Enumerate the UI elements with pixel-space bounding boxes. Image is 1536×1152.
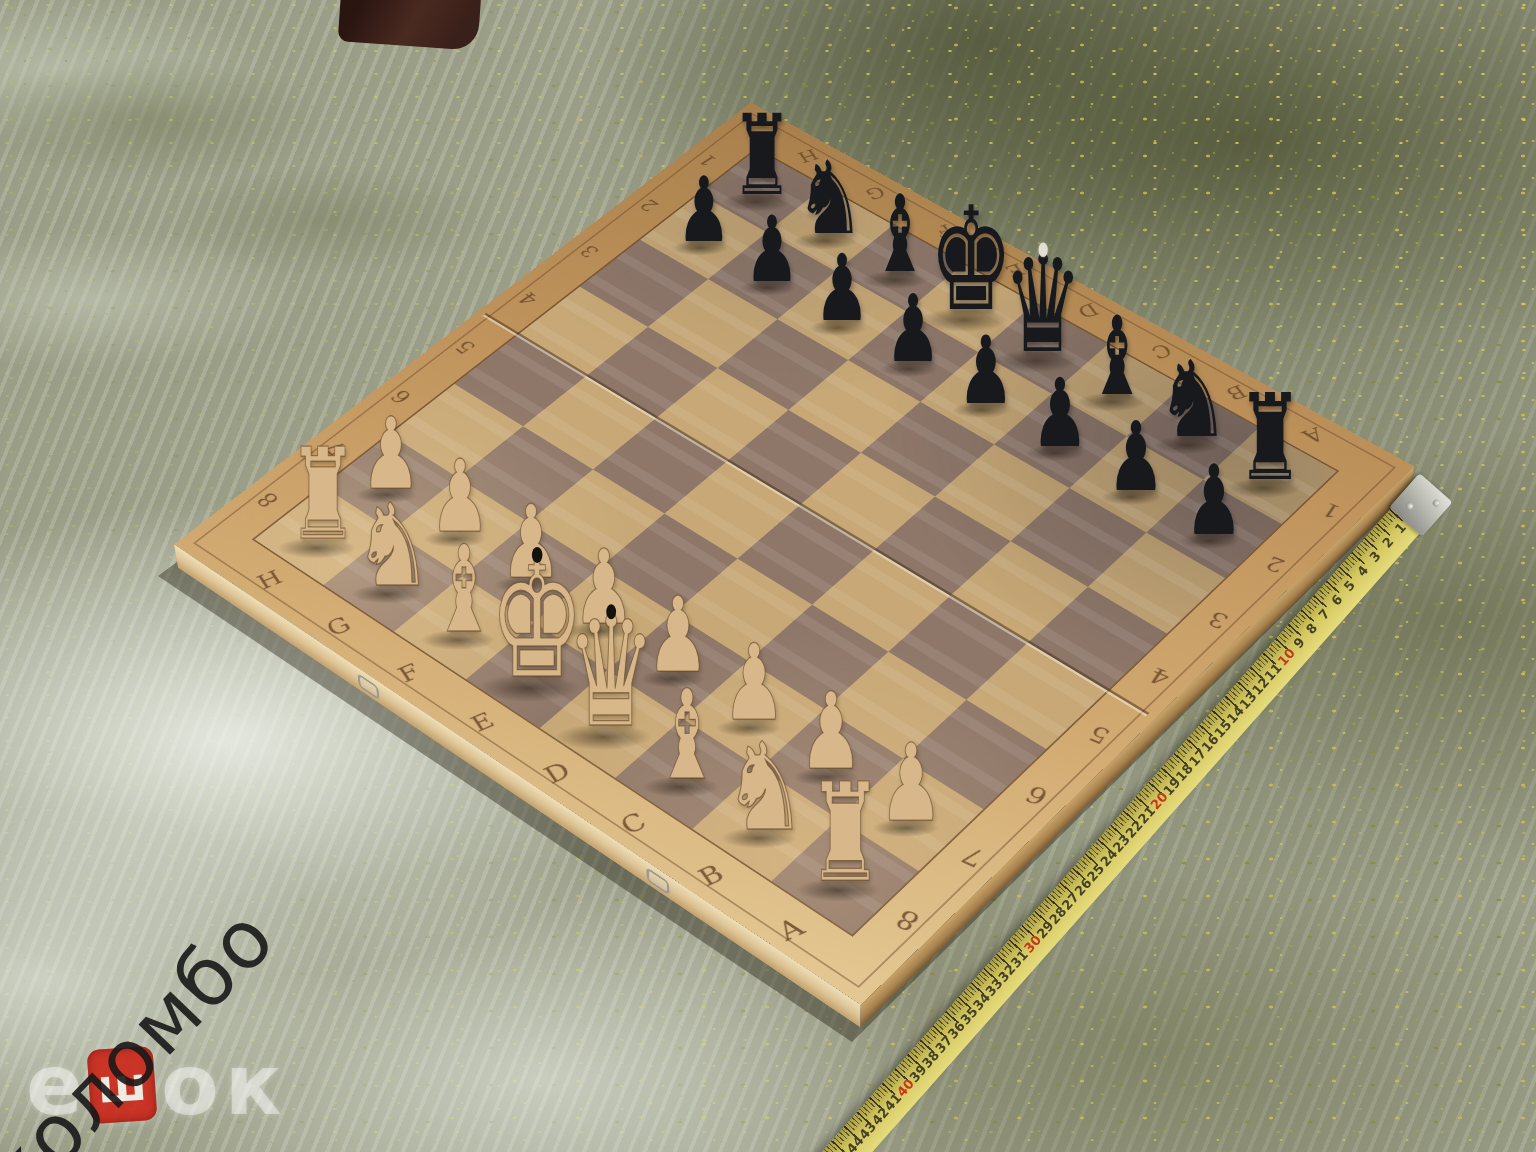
piece-black-pawn-g2: ♟ — [744, 204, 799, 295]
piece-black-pawn-a2: ♟ — [1184, 452, 1243, 549]
white-tip-icon — [1039, 243, 1048, 256]
piece-black-bishop-f1: ♝ — [871, 182, 928, 288]
piece-black-knight-b1: ♞ — [1156, 347, 1230, 453]
piece-black-pawn-f2: ♟ — [814, 243, 870, 335]
logo-letter: к — [225, 1036, 282, 1134]
piece-black-bishop-c1: ♝ — [1088, 302, 1147, 411]
piece-black-knight-g1: ♞ — [795, 148, 866, 249]
piece-black-pawn-c2: ♟ — [1031, 366, 1089, 461]
piece-black-rook-h1: ♜ — [731, 100, 793, 211]
piece-black-rook-a1: ♜ — [1237, 379, 1303, 498]
piece-black-pawn-d2: ♟ — [957, 324, 1014, 418]
piece-white-knight-b8: ♞ — [723, 727, 808, 848]
piece-black-queen-d1: ♛ — [1003, 237, 1083, 372]
piece-white-knight-g8: ♞ — [353, 489, 433, 603]
photo-canvas: AABBCCDDEEFFGGHH1122334455667788 ♜♞♝♛♚♝♞… — [0, 0, 1536, 1152]
piece-white-rook-h8: ♜ — [288, 432, 358, 558]
piece-white-pawn-a7: ♟ — [878, 730, 943, 837]
piece-black-pawn-e2: ♟ — [885, 283, 942, 376]
piece-white-rook-a8: ♜ — [807, 765, 883, 901]
dark-tip-icon — [532, 547, 543, 563]
piece-black-pawn-h2: ♟ — [676, 165, 731, 255]
piece-white-bishop-f8: ♝ — [432, 530, 497, 650]
dark-tip-icon — [606, 604, 616, 619]
piece-white-bishop-c8: ♝ — [654, 673, 721, 797]
piece-black-pawn-b2: ♟ — [1107, 408, 1166, 504]
piece-white-queen-d8: ♛ — [566, 596, 657, 749]
